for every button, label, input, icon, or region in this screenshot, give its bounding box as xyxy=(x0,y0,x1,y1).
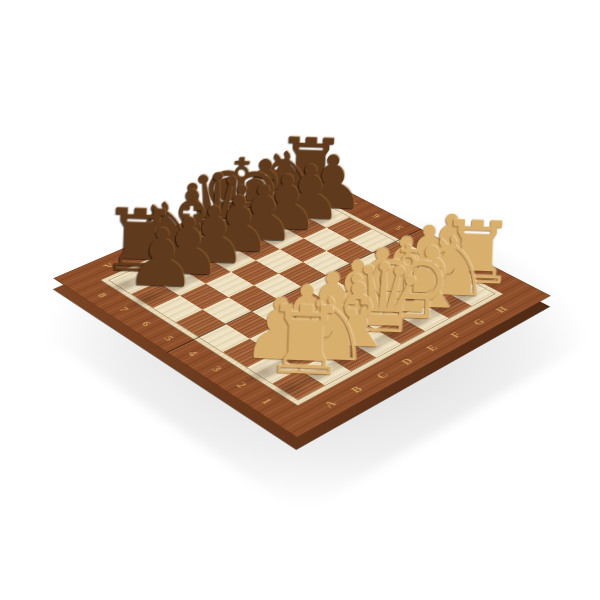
rank-label-left-4: 4 xyxy=(183,349,200,358)
file-label-bottom-a: A xyxy=(320,398,340,410)
piece-spot-a7: ♟ xyxy=(131,282,180,308)
white-rook-a1[interactable]: ♜ xyxy=(227,291,383,390)
chess-set-product-photo: ♜♞♝♛♚♝♞♜♟♟♟♟♟♟♟♟♟♟♟♟♟♟♟♟♜♞♝♛♚♝♞♜ AABBCCD… xyxy=(0,0,600,600)
rank-label-left-5: 5 xyxy=(160,334,177,343)
board-3d-wrapper: ♜♞♝♛♚♝♞♜♟♟♟♟♟♟♟♟♟♟♟♟♟♟♟♟♜♞♝♛♚♝♞♜ AABBCCD… xyxy=(53,170,550,438)
square-a7[interactable]: ♟ xyxy=(131,282,180,308)
rank-label-left-6: 6 xyxy=(137,319,154,328)
